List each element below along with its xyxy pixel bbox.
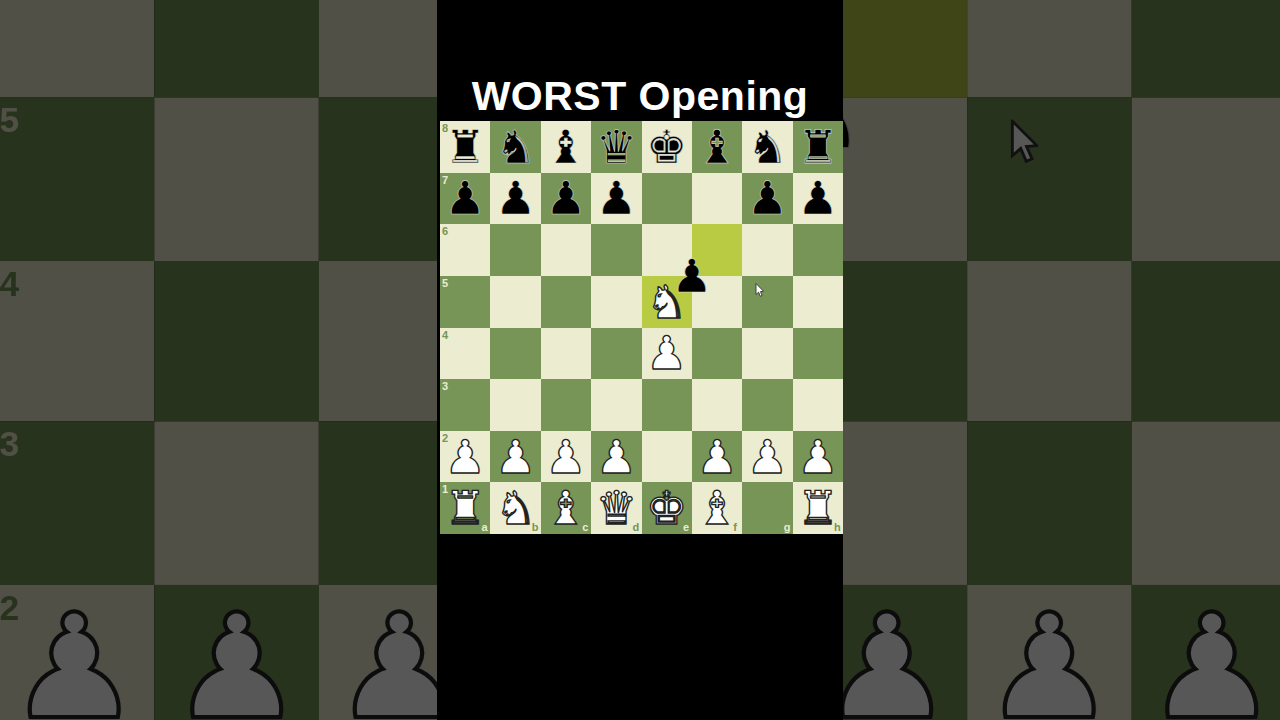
- square-h4[interactable]: [793, 328, 843, 380]
- square-b4[interactable]: [490, 328, 540, 380]
- black-pawn-g7[interactable]: ♟: [742, 173, 792, 225]
- chess-board[interactable]: 87654321abcdefgh♜♞♝♛♚♝♞♜♟♟♟♟♟♟♞♟♟♟♟♟♟♟♟♜…: [440, 121, 843, 534]
- screenshot-root: 87654321abcdefgh♜♞♝♛♚♝♞♜♟♟♟♟♟♟♞♟♟♟♟♟♟♟♟♜…: [0, 0, 1280, 720]
- square-g5[interactable]: [742, 276, 792, 328]
- white-pawn-d2[interactable]: ♟: [591, 431, 641, 483]
- black-queen-d8[interactable]: ♛: [591, 121, 641, 173]
- white-queen-d1[interactable]: ♛: [591, 482, 641, 534]
- square-c4[interactable]: [541, 328, 591, 380]
- square-f4[interactable]: [692, 328, 742, 380]
- black-pawn-b7[interactable]: ♟: [490, 173, 540, 225]
- black-bishop-c8[interactable]: ♝: [541, 121, 591, 173]
- square-b4: [155, 259, 317, 421]
- white-pawn-e4[interactable]: ♟: [642, 328, 692, 380]
- coord-rank-4: 4: [442, 330, 448, 341]
- black-knight-b8[interactable]: ♞: [490, 121, 540, 173]
- square-h6[interactable]: [793, 224, 843, 276]
- square-b5: [155, 97, 317, 259]
- black-king-e8[interactable]: ♚: [642, 121, 692, 173]
- black-pawn-d7[interactable]: ♟: [591, 173, 641, 225]
- square-c5[interactable]: [541, 276, 591, 328]
- square-a6: [0, 0, 155, 97]
- square-g3: [967, 422, 1129, 584]
- coord-rank-4: 4: [0, 266, 19, 301]
- white-pawn-b2: ♟: [155, 584, 317, 720]
- white-knight-b1[interactable]: ♞: [490, 482, 540, 534]
- white-pawn-b2[interactable]: ♟: [490, 431, 540, 483]
- coord-rank-5: 5: [0, 103, 19, 138]
- black-bishop-f8[interactable]: ♝: [692, 121, 742, 173]
- coord-rank-3: 3: [442, 381, 448, 392]
- coord-rank-3: 3: [0, 428, 19, 463]
- black-knight-g8[interactable]: ♞: [742, 121, 792, 173]
- square-e2[interactable]: [642, 431, 692, 483]
- square-e3[interactable]: [642, 379, 692, 431]
- white-pawn-f2[interactable]: ♟: [692, 431, 742, 483]
- white-pawn-a2[interactable]: ♟: [440, 431, 490, 483]
- white-pawn-g2: ♟: [967, 584, 1129, 720]
- white-pawn-h2: ♟: [1130, 584, 1280, 720]
- square-b6: [155, 0, 317, 97]
- square-b6[interactable]: [490, 224, 540, 276]
- white-pawn-h2[interactable]: ♟: [793, 431, 843, 483]
- square-h5[interactable]: [793, 276, 843, 328]
- square-a5: [0, 97, 155, 259]
- mouse-cursor-icon: [1009, 119, 1038, 176]
- square-e7[interactable]: [642, 173, 692, 225]
- video-column: WORST Opening 87654321abcdefgh♜♞♝♛♚♝♞♜♟♟…: [437, 0, 843, 720]
- square-f7[interactable]: [692, 173, 742, 225]
- coord-file-g: g: [784, 522, 791, 533]
- white-bishop-f1[interactable]: ♝: [692, 482, 742, 534]
- square-d3[interactable]: [591, 379, 641, 431]
- square-b5[interactable]: [490, 276, 540, 328]
- square-d4[interactable]: [591, 328, 641, 380]
- white-rook-a1[interactable]: ♜: [440, 482, 490, 534]
- square-d5[interactable]: [591, 276, 641, 328]
- square-g4: [967, 259, 1129, 421]
- square-c3[interactable]: [541, 379, 591, 431]
- white-king-e1[interactable]: ♚: [642, 482, 692, 534]
- square-g4[interactable]: [742, 328, 792, 380]
- white-pawn-c2[interactable]: ♟: [541, 431, 591, 483]
- square-h4: [1130, 259, 1280, 421]
- square-b3: [155, 422, 317, 584]
- square-a3: [0, 422, 155, 584]
- square-h3[interactable]: [793, 379, 843, 431]
- square-g6: [967, 0, 1129, 97]
- coord-rank-6: 6: [442, 226, 448, 237]
- square-a4: [0, 259, 155, 421]
- white-rook-h1[interactable]: ♜: [793, 482, 843, 534]
- square-h6: [1130, 0, 1280, 97]
- square-f3[interactable]: [692, 379, 742, 431]
- square-g3[interactable]: [742, 379, 792, 431]
- black-pawn-animating[interactable]: ♟: [667, 250, 717, 302]
- square-c6[interactable]: [541, 224, 591, 276]
- video-title: WORST Opening: [437, 70, 843, 122]
- mouse-cursor-icon: [755, 283, 764, 301]
- black-rook-h8[interactable]: ♜: [793, 121, 843, 173]
- square-h3: [1130, 422, 1280, 584]
- white-pawn-g2[interactable]: ♟: [742, 431, 792, 483]
- coord-rank-5: 5: [442, 278, 448, 289]
- black-rook-a8[interactable]: ♜: [440, 121, 490, 173]
- black-pawn-a7[interactable]: ♟: [440, 173, 490, 225]
- black-pawn-c7[interactable]: ♟: [541, 173, 591, 225]
- square-d6[interactable]: [591, 224, 641, 276]
- square-h5: [1130, 97, 1280, 259]
- white-pawn-a2: ♟: [0, 584, 155, 720]
- black-pawn-h7[interactable]: ♟: [793, 173, 843, 225]
- white-bishop-c1[interactable]: ♝: [541, 482, 591, 534]
- square-g5: [967, 97, 1129, 259]
- square-g6[interactable]: [742, 224, 792, 276]
- square-b3[interactable]: [490, 379, 540, 431]
